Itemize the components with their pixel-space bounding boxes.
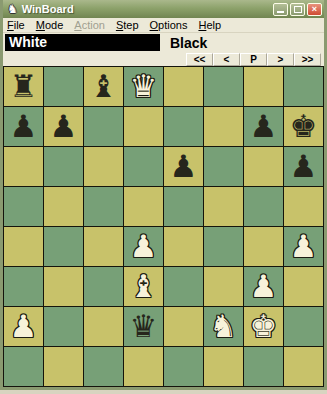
piece-white-pawn-d4[interactable]: ♟ [130, 227, 158, 266]
square-f1[interactable] [204, 347, 243, 386]
square-h4[interactable]: ♟ [284, 227, 323, 266]
square-f3[interactable] [204, 267, 243, 306]
nav-back-button[interactable]: < [213, 53, 240, 66]
square-g2[interactable]: ♚ [244, 307, 283, 346]
nav-to-start-button[interactable]: << [186, 53, 213, 66]
menu-action[interactable]: Action [74, 19, 105, 31]
chess-board: ♜♝♛♟♟♟♚♟♟♟♟♝♟♟♛♞♚ [3, 66, 324, 387]
square-e4[interactable] [164, 227, 203, 266]
square-f5[interactable] [204, 187, 243, 226]
square-g3[interactable]: ♟ [244, 267, 283, 306]
square-a5[interactable] [4, 187, 43, 226]
square-d3[interactable]: ♝ [124, 267, 163, 306]
square-c8[interactable]: ♝ [84, 67, 123, 106]
maximize-button[interactable] [290, 3, 305, 16]
square-a7[interactable]: ♟ [4, 107, 43, 146]
square-e7[interactable] [164, 107, 203, 146]
square-e5[interactable] [164, 187, 203, 226]
piece-black-pawn-e6[interactable]: ♟ [170, 147, 198, 186]
menu-options[interactable]: Options [150, 19, 188, 31]
square-a3[interactable] [4, 267, 43, 306]
piece-white-pawn-h4[interactable]: ♟ [290, 227, 318, 266]
square-c6[interactable] [84, 147, 123, 186]
square-c4[interactable] [84, 227, 123, 266]
square-a1[interactable] [4, 347, 43, 386]
square-b7[interactable]: ♟ [44, 107, 83, 146]
square-g7[interactable]: ♟ [244, 107, 283, 146]
square-b3[interactable] [44, 267, 83, 306]
nav-pause-button[interactable]: P [240, 53, 267, 66]
piece-black-pawn-h6[interactable]: ♟ [290, 147, 318, 186]
square-h1[interactable] [284, 347, 323, 386]
piece-black-pawn-b7[interactable]: ♟ [50, 107, 78, 146]
piece-white-pawn-g3[interactable]: ♟ [250, 267, 278, 306]
square-a6[interactable] [4, 147, 43, 186]
piece-black-bishop-c8[interactable]: ♝ [90, 67, 118, 106]
square-g5[interactable] [244, 187, 283, 226]
piece-white-knight-f2[interactable]: ♞ [210, 307, 238, 346]
square-e6[interactable]: ♟ [164, 147, 203, 186]
piece-white-bishop-d3[interactable]: ♝ [130, 267, 158, 306]
square-c1[interactable] [84, 347, 123, 386]
piece-black-pawn-g7[interactable]: ♟ [250, 107, 278, 146]
square-h8[interactable] [284, 67, 323, 106]
square-c5[interactable] [84, 187, 123, 226]
menu-help[interactable]: Help [198, 19, 221, 31]
square-b2[interactable] [44, 307, 83, 346]
square-a8[interactable]: ♜ [4, 67, 43, 106]
square-b5[interactable] [44, 187, 83, 226]
winboard-window: ♞ WinBoard × FileModeActionStepOptionsHe… [0, 0, 327, 390]
menu-step[interactable]: Step [116, 19, 139, 31]
square-d1[interactable] [124, 347, 163, 386]
piece-black-rook-a8[interactable]: ♜ [10, 67, 38, 106]
piece-white-pawn-a2[interactable]: ♟ [10, 307, 38, 346]
piece-black-queen-d2[interactable]: ♛ [130, 307, 158, 346]
square-c3[interactable] [84, 267, 123, 306]
white-clock[interactable]: White [5, 34, 160, 51]
close-button[interactable]: × [307, 3, 322, 16]
square-e2[interactable] [164, 307, 203, 346]
square-d6[interactable] [124, 147, 163, 186]
square-a2[interactable]: ♟ [4, 307, 43, 346]
menu-bar: FileModeActionStepOptionsHelp [3, 18, 324, 33]
square-f6[interactable] [204, 147, 243, 186]
title-bar[interactable]: ♞ WinBoard × [3, 0, 324, 18]
square-g8[interactable] [244, 67, 283, 106]
square-d8[interactable]: ♛ [124, 67, 163, 106]
menu-mode[interactable]: Mode [36, 19, 64, 31]
minimize-button[interactable] [273, 3, 288, 16]
square-h7[interactable]: ♚ [284, 107, 323, 146]
square-g6[interactable] [244, 147, 283, 186]
winboard-logo-icon: ♞ [7, 3, 18, 15]
square-d4[interactable]: ♟ [124, 227, 163, 266]
square-h5[interactable] [284, 187, 323, 226]
square-b6[interactable] [44, 147, 83, 186]
square-b8[interactable] [44, 67, 83, 106]
square-e1[interactable] [164, 347, 203, 386]
square-g4[interactable] [244, 227, 283, 266]
square-h3[interactable] [284, 267, 323, 306]
square-h6[interactable]: ♟ [284, 147, 323, 186]
piece-white-king-g2[interactable]: ♚ [250, 307, 278, 346]
square-d5[interactable] [124, 187, 163, 226]
square-b4[interactable] [44, 227, 83, 266]
square-f4[interactable] [204, 227, 243, 266]
piece-white-queen-d8[interactable]: ♛ [130, 67, 158, 106]
square-f8[interactable] [204, 67, 243, 106]
window-title: WinBoard [22, 3, 273, 15]
nav-forward-button[interactable]: > [267, 53, 294, 66]
piece-black-king-h7[interactable]: ♚ [290, 107, 318, 146]
square-h2[interactable] [284, 307, 323, 346]
square-e3[interactable] [164, 267, 203, 306]
square-f2[interactable]: ♞ [204, 307, 243, 346]
square-a4[interactable] [4, 227, 43, 266]
nav-button-bar: <<<P>>> [3, 52, 324, 66]
square-c7[interactable] [84, 107, 123, 146]
square-d7[interactable] [124, 107, 163, 146]
piece-black-pawn-a7[interactable]: ♟ [10, 107, 38, 146]
square-c2[interactable] [84, 307, 123, 346]
square-f7[interactable] [204, 107, 243, 146]
nav-to-end-button[interactable]: >> [294, 53, 321, 66]
menu-file[interactable]: File [7, 19, 25, 31]
square-b1[interactable] [44, 347, 83, 386]
square-d2[interactable]: ♛ [124, 307, 163, 346]
black-clock[interactable]: Black [166, 35, 211, 51]
square-g1[interactable] [244, 347, 283, 386]
clock-bar: White Black [3, 33, 324, 52]
square-e8[interactable] [164, 67, 203, 106]
